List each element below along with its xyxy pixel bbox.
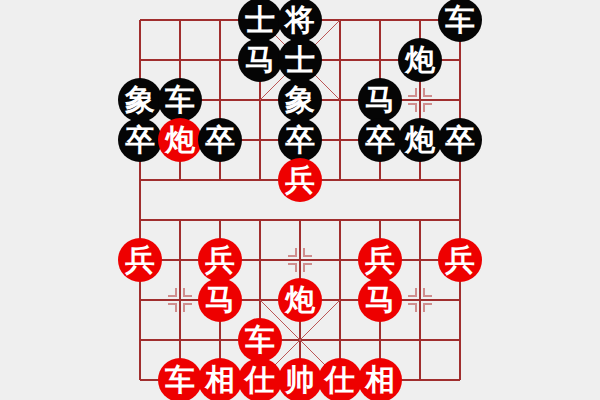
- piece-red-pawn[interactable]: 兵: [358, 238, 402, 282]
- piece-red-advisor[interactable]: 仕: [238, 358, 282, 400]
- piece-red-pawn[interactable]: 兵: [278, 158, 322, 202]
- xiangqi-app-screen: 士将车马士炮象车象马卒炮卒卒卒炮卒兵兵兵兵兵马炮马车车相仕帅仕相: [0, 0, 600, 400]
- piece-black-advisor[interactable]: 士: [278, 38, 322, 82]
- piece-red-horse[interactable]: 马: [198, 278, 242, 322]
- piece-red-horse[interactable]: 马: [358, 278, 402, 322]
- piece-red-general[interactable]: 帅: [278, 358, 322, 400]
- pieces-layer: 士将车马士炮象车象马卒炮卒卒卒炮卒兵兵兵兵兵马炮马车车相仕帅仕相: [0, 0, 600, 400]
- piece-black-horse[interactable]: 马: [358, 78, 402, 122]
- piece-red-cannon[interactable]: 炮: [158, 118, 202, 162]
- piece-black-pawn[interactable]: 卒: [358, 118, 402, 162]
- piece-black-cannon[interactable]: 炮: [398, 38, 442, 82]
- piece-red-cannon[interactable]: 炮: [278, 278, 322, 322]
- piece-red-pawn[interactable]: 兵: [118, 238, 162, 282]
- piece-black-elephant[interactable]: 象: [278, 78, 322, 122]
- piece-red-chariot[interactable]: 车: [238, 318, 282, 362]
- piece-black-advisor[interactable]: 士: [238, 0, 282, 42]
- piece-black-pawn[interactable]: 卒: [278, 118, 322, 162]
- piece-black-chariot[interactable]: 车: [438, 0, 482, 42]
- piece-red-chariot[interactable]: 车: [158, 358, 202, 400]
- piece-red-elephant[interactable]: 相: [198, 358, 242, 400]
- piece-red-advisor[interactable]: 仕: [318, 358, 362, 400]
- piece-black-horse[interactable]: 马: [238, 38, 282, 82]
- piece-black-elephant[interactable]: 象: [118, 78, 162, 122]
- piece-black-pawn[interactable]: 卒: [118, 118, 162, 162]
- piece-red-pawn[interactable]: 兵: [198, 238, 242, 282]
- piece-red-pawn[interactable]: 兵: [438, 238, 482, 282]
- piece-black-cannon[interactable]: 炮: [398, 118, 442, 162]
- piece-black-general[interactable]: 将: [278, 0, 322, 42]
- piece-black-pawn[interactable]: 卒: [438, 118, 482, 162]
- piece-red-elephant[interactable]: 相: [358, 358, 402, 400]
- piece-black-pawn[interactable]: 卒: [198, 118, 242, 162]
- piece-black-chariot[interactable]: 车: [158, 78, 202, 122]
